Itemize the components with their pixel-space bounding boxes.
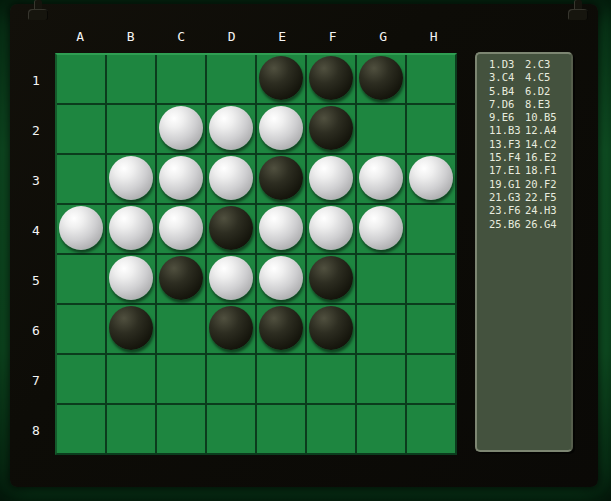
move-entry: 17.E1 (489, 164, 525, 177)
square-F1[interactable] (307, 55, 355, 103)
square-G6[interactable] (357, 305, 405, 353)
square-A1[interactable] (57, 55, 105, 103)
square-D3[interactable] (207, 155, 255, 203)
move-entry: 18.F1 (525, 164, 571, 177)
square-D4[interactable] (207, 205, 255, 253)
square-A4[interactable] (57, 205, 105, 253)
move-list: 1.D32.C33.C44.C55.B46.D27.D68.E39.E610.B… (477, 54, 571, 231)
board-grid (55, 53, 457, 455)
screw-icon (567, 0, 589, 26)
square-E1[interactable] (257, 55, 305, 103)
row-label-8: 8 (26, 423, 46, 438)
black-disc (359, 56, 403, 100)
column-label-F: F (308, 28, 359, 45)
square-G3[interactable] (357, 155, 405, 203)
white-disc (309, 156, 353, 200)
square-F6[interactable] (307, 305, 355, 353)
square-E6[interactable] (257, 305, 305, 353)
square-D6[interactable] (207, 305, 255, 353)
row-label-5: 5 (26, 273, 46, 288)
square-D1[interactable] (207, 55, 255, 103)
square-B8[interactable] (107, 405, 155, 453)
row-label-3: 3 (26, 173, 46, 188)
column-labels: ABCDEFGH (55, 28, 459, 45)
square-E7[interactable] (257, 355, 305, 403)
square-G1[interactable] (357, 55, 405, 103)
white-disc (109, 256, 153, 300)
black-disc (209, 306, 253, 350)
row-label-1: 1 (26, 73, 46, 88)
square-B2[interactable] (107, 105, 155, 153)
white-disc (109, 156, 153, 200)
square-C5[interactable] (157, 255, 205, 303)
square-B4[interactable] (107, 205, 155, 253)
move-entry: 24.H3 (525, 204, 571, 217)
row-label-4: 4 (26, 223, 46, 238)
square-F3[interactable] (307, 155, 355, 203)
move-entry: 26.G4 (525, 218, 571, 231)
move-entry: 25.B6 (489, 218, 525, 231)
move-entry: 10.B5 (525, 111, 571, 124)
square-H8[interactable] (407, 405, 455, 453)
square-A8[interactable] (57, 405, 105, 453)
square-H2[interactable] (407, 105, 455, 153)
square-A2[interactable] (57, 105, 105, 153)
square-C6[interactable] (157, 305, 205, 353)
column-label-C: C (156, 28, 207, 45)
square-B5[interactable] (107, 255, 155, 303)
move-entry: 15.F4 (489, 151, 525, 164)
white-disc (159, 156, 203, 200)
square-G4[interactable] (357, 205, 405, 253)
black-disc (309, 306, 353, 350)
square-D2[interactable] (207, 105, 255, 153)
move-entry: 21.G3 (489, 191, 525, 204)
move-entry: 11.B3 (489, 124, 525, 137)
square-E4[interactable] (257, 205, 305, 253)
white-disc (259, 106, 303, 150)
row-label-2: 2 (26, 123, 46, 138)
square-H6[interactable] (407, 305, 455, 353)
square-G8[interactable] (357, 405, 405, 453)
square-B6[interactable] (107, 305, 155, 353)
white-disc (359, 156, 403, 200)
screw-collar (28, 9, 48, 20)
move-entry: 16.E2 (525, 151, 571, 164)
column-label-B: B (106, 28, 157, 45)
square-H4[interactable] (407, 205, 455, 253)
square-E2[interactable] (257, 105, 305, 153)
row-label-7: 7 (26, 373, 46, 388)
column-label-G: G (358, 28, 409, 45)
move-entry: 2.C3 (525, 58, 571, 71)
white-disc (209, 256, 253, 300)
white-disc (59, 206, 103, 250)
black-disc (259, 306, 303, 350)
square-B1[interactable] (107, 55, 155, 103)
square-E5[interactable] (257, 255, 305, 303)
row-labels: 12345678 (26, 55, 46, 455)
square-C2[interactable] (157, 105, 205, 153)
black-disc (159, 256, 203, 300)
row-label-6: 6 (26, 323, 46, 338)
move-entry: 12.A4 (525, 124, 571, 137)
column-label-A: A (55, 28, 106, 45)
square-A7[interactable] (57, 355, 105, 403)
square-A3[interactable] (57, 155, 105, 203)
column-label-H: H (409, 28, 460, 45)
move-list-panel: 1.D32.C33.C44.C55.B46.D27.D68.E39.E610.B… (475, 52, 573, 452)
square-A6[interactable] (57, 305, 105, 353)
square-G7[interactable] (357, 355, 405, 403)
white-disc (209, 106, 253, 150)
move-entry: 9.E6 (489, 111, 525, 124)
black-disc (309, 256, 353, 300)
square-D8[interactable] (207, 405, 255, 453)
square-H3[interactable] (407, 155, 455, 203)
white-disc (159, 206, 203, 250)
white-disc (159, 106, 203, 150)
black-disc (309, 56, 353, 100)
square-F8[interactable] (307, 405, 355, 453)
white-disc (409, 156, 453, 200)
square-B3[interactable] (107, 155, 155, 203)
white-disc (209, 156, 253, 200)
square-D7[interactable] (207, 355, 255, 403)
square-C8[interactable] (157, 405, 205, 453)
screw-collar (568, 9, 588, 20)
white-disc (259, 206, 303, 250)
black-disc (259, 156, 303, 200)
move-entry: 7.D6 (489, 98, 525, 111)
screw-icon (27, 0, 49, 26)
move-entry: 8.E3 (525, 98, 571, 111)
black-disc (109, 306, 153, 350)
square-H5[interactable] (407, 255, 455, 303)
move-entry: 20.F2 (525, 178, 571, 191)
move-entry: 22.F5 (525, 191, 571, 204)
square-H1[interactable] (407, 55, 455, 103)
square-E3[interactable] (257, 155, 305, 203)
move-entry: 1.D3 (489, 58, 525, 71)
move-entry: 13.F3 (489, 138, 525, 151)
square-F2[interactable] (307, 105, 355, 153)
square-F4[interactable] (307, 205, 355, 253)
move-entry: 4.C5 (525, 71, 571, 84)
square-D5[interactable] (207, 255, 255, 303)
move-entry: 6.D2 (525, 85, 571, 98)
square-C1[interactable] (157, 55, 205, 103)
move-entry: 3.C4 (489, 71, 525, 84)
black-disc (309, 106, 353, 150)
square-G2[interactable] (357, 105, 405, 153)
square-F5[interactable] (307, 255, 355, 303)
black-disc (259, 56, 303, 100)
white-disc (109, 206, 153, 250)
square-A5[interactable] (57, 255, 105, 303)
square-H7[interactable] (407, 355, 455, 403)
column-label-D: D (207, 28, 258, 45)
column-label-E: E (257, 28, 308, 45)
square-B7[interactable] (107, 355, 155, 403)
black-disc (209, 206, 253, 250)
move-entry: 14.C2 (525, 138, 571, 151)
square-C3[interactable] (157, 155, 205, 203)
white-disc (359, 206, 403, 250)
othello-app: ABCDEFGH 12345678 1.D32.C33.C44.C55.B46.… (0, 0, 611, 501)
square-F7[interactable] (307, 355, 355, 403)
square-C4[interactable] (157, 205, 205, 253)
square-C7[interactable] (157, 355, 205, 403)
square-E8[interactable] (257, 405, 305, 453)
white-disc (309, 206, 353, 250)
white-disc (259, 256, 303, 300)
move-entry: 5.B4 (489, 85, 525, 98)
move-entry: 23.F6 (489, 204, 525, 217)
square-G5[interactable] (357, 255, 405, 303)
move-entry: 19.G1 (489, 178, 525, 191)
